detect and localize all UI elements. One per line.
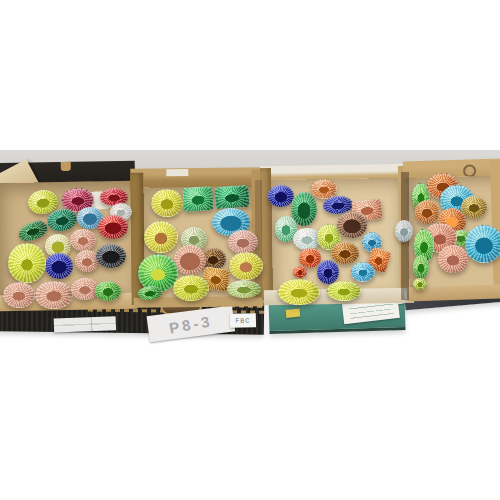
- green-glass-square-dish: [182, 186, 214, 212]
- yellow-glass-flower-ashtray: [278, 279, 320, 305]
- green-glass-dish: [137, 285, 162, 301]
- pink-glass-flat-dish: [35, 281, 73, 309]
- turquoise-glass-flower-dish: [351, 262, 375, 282]
- cobalt-glass-bowl: [317, 260, 339, 284]
- pink-glass-dome-dish: [70, 229, 96, 251]
- smoky-amber-glass-bowl: [337, 212, 367, 238]
- cobalt-glass-bowl-on-stand: [45, 253, 73, 279]
- amber-glass-creamer: [331, 242, 359, 264]
- yellow-glass-ashtray: [151, 189, 183, 217]
- green-glass-lid: [95, 281, 121, 301]
- olive-amber-glass-dish: [461, 196, 487, 218]
- pink-glass-flat-dish: [3, 282, 35, 308]
- green-glass-leaf-dish: [16, 219, 49, 244]
- pale-green-glass-dish: [227, 280, 261, 298]
- red-glass-bowl: [98, 215, 128, 239]
- yellow-glass-ashtray: [229, 252, 263, 280]
- salmon-glass-bowl: [438, 245, 468, 273]
- clear-glass-ashtray: [395, 220, 413, 242]
- uranium-glass-ashtray: [8, 243, 46, 283]
- green-glass-dish: [413, 255, 429, 279]
- glass-items-layer: [0, 0, 500, 500]
- yellow-glass-flower-dish: [173, 275, 209, 301]
- smoke-glass-bowl: [96, 244, 126, 268]
- pink-glass-dish: [228, 230, 258, 254]
- emerald-glass-rect-dish: [214, 185, 249, 209]
- orange-glass-dish: [415, 200, 439, 224]
- pink-glass-bowl: [174, 245, 206, 275]
- yellow-green-glass-piece: [413, 278, 427, 290]
- yellow-glass-flower-dish: [144, 221, 178, 253]
- turquoise-glass-ashtray: [465, 225, 500, 263]
- yellow-green-glass-flower-dish: [327, 281, 361, 301]
- orange-red-glass-piece: [293, 266, 307, 278]
- lot-photo: P8-3 FBC: [0, 0, 500, 500]
- cobalt-glass-bowl: [268, 185, 294, 207]
